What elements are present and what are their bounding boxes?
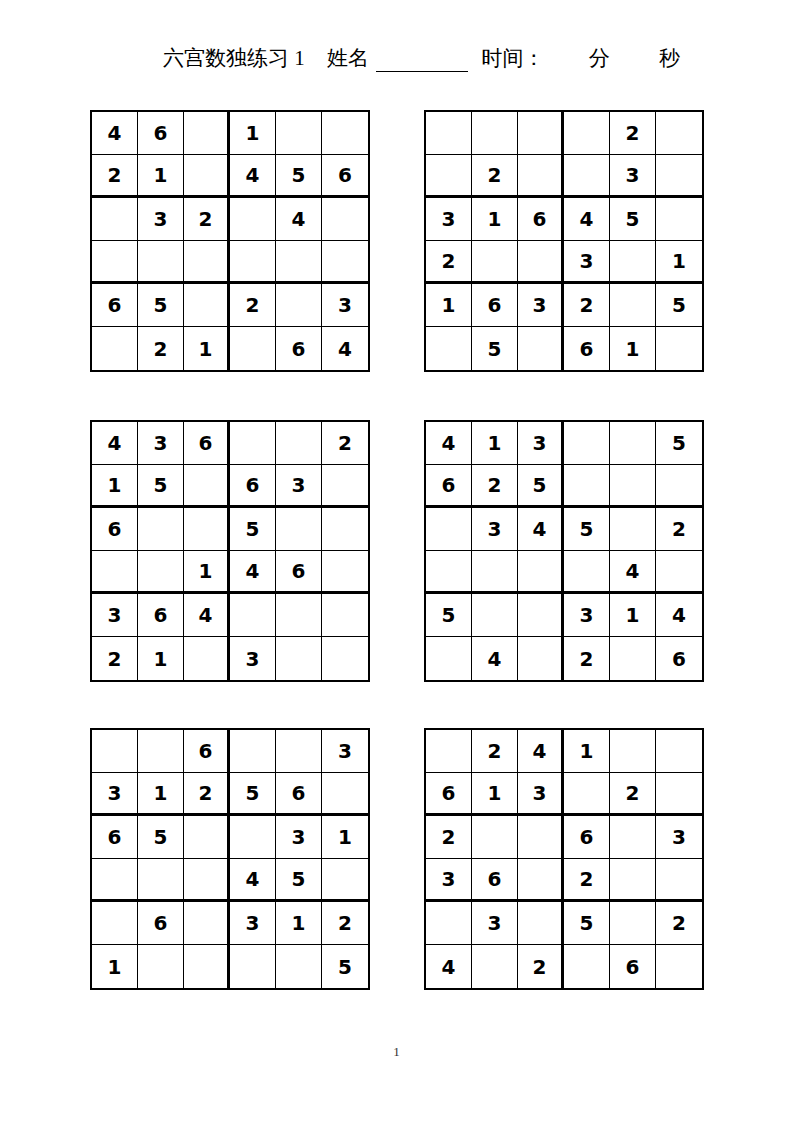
- puzzle-1-cell-r6c6: 4: [322, 327, 368, 370]
- puzzle-3-cell-r6c5: [276, 637, 322, 680]
- puzzle-2-cell-r6c4: 6: [564, 327, 610, 370]
- puzzle-3-cell-r4c1: [92, 551, 138, 594]
- puzzle-2-cell-r4c1: 2: [426, 241, 472, 284]
- puzzle-1-cell-r5c2: 5: [138, 284, 184, 327]
- worksheet-title: 六宫数独练习 1: [163, 44, 305, 72]
- puzzle-2-cell-r1c1: [426, 112, 472, 155]
- puzzle-6-cell-r1c6: [656, 730, 702, 773]
- puzzle-5-cell-r1c4: [230, 730, 276, 773]
- puzzle-1-cell-r4c3: [184, 241, 230, 284]
- puzzle-2-cell-r6c6: [656, 327, 702, 370]
- sudoku-board-6: 2416132263362352426: [424, 728, 704, 990]
- puzzle-5-cell-r5c2: 6: [138, 902, 184, 945]
- puzzle-2-cell-r3c4: 4: [564, 198, 610, 241]
- puzzle-4-cell-r6c1: [426, 637, 472, 680]
- puzzle-1-cell-r4c1: [92, 241, 138, 284]
- puzzle-2-cell-r1c4: [564, 112, 610, 155]
- puzzle-6-cell-r2c1: 6: [426, 773, 472, 816]
- puzzle-2-cell-r2c1: [426, 155, 472, 198]
- puzzle-3-cell-r1c5: [276, 422, 322, 465]
- puzzle-2-cell-r4c5: [610, 241, 656, 284]
- puzzle-1-cell-r1c6: [322, 112, 368, 155]
- puzzle-4-cell-r6c4: 2: [564, 637, 610, 680]
- puzzle-4-cell-r3c3: 4: [518, 508, 564, 551]
- worksheet-page: 六宫数独练习 1 姓名 时间： 分 秒 4612145632465232164 …: [0, 0, 793, 1122]
- puzzle-2-cell-r3c3: 6: [518, 198, 564, 241]
- puzzle-3-cell-r6c2: 1: [138, 637, 184, 680]
- puzzle-3-cell-r4c6: [322, 551, 368, 594]
- puzzle-4-cell-r2c3: 5: [518, 465, 564, 508]
- puzzle-2-cell-r2c3: [518, 155, 564, 198]
- puzzle-2-cell-r3c1: 3: [426, 198, 472, 241]
- puzzle-4-cell-r2c1: 6: [426, 465, 472, 508]
- puzzle-5-cell-r6c4: [230, 945, 276, 988]
- puzzle-4-cell-r5c4: 3: [564, 594, 610, 637]
- puzzle-2-cell-r3c2: 1: [472, 198, 518, 241]
- puzzle-3-cell-r5c4: [230, 594, 276, 637]
- puzzle-2-cell-r6c2: 5: [472, 327, 518, 370]
- puzzle-4-cell-r2c5: [610, 465, 656, 508]
- puzzle-5-cell-r3c5: 3: [276, 816, 322, 859]
- puzzle-2-cell-r2c2: 2: [472, 155, 518, 198]
- puzzle-1-cell-r2c5: 5: [276, 155, 322, 198]
- puzzle-2-cell-r1c5: 2: [610, 112, 656, 155]
- puzzle-3-cell-r1c4: [230, 422, 276, 465]
- name-label: 姓名: [327, 44, 369, 72]
- puzzle-3-cell-r3c1: 6: [92, 508, 138, 551]
- puzzle-6-cell-r3c5: [610, 816, 656, 859]
- puzzle-6-cell-r4c5: [610, 859, 656, 902]
- puzzle-2-cell-r3c5: 5: [610, 198, 656, 241]
- puzzle-3-cell-r2c2: 5: [138, 465, 184, 508]
- puzzle-6-cell-r4c2: 6: [472, 859, 518, 902]
- puzzle-4-cell-r4c3: [518, 551, 564, 594]
- puzzle-5-cell-r6c2: [138, 945, 184, 988]
- puzzle-4-cell-r4c4: [564, 551, 610, 594]
- puzzle-6-cell-r4c3: [518, 859, 564, 902]
- puzzle-3-cell-r5c6: [322, 594, 368, 637]
- puzzle-3-cell-r3c5: [276, 508, 322, 551]
- puzzle-1-cell-r6c5: 6: [276, 327, 322, 370]
- puzzle-6-cell-r3c2: [472, 816, 518, 859]
- puzzle-6-cell-r2c4: [564, 773, 610, 816]
- puzzle-5-cell-r2c3: 2: [184, 773, 230, 816]
- puzzle-3-cell-r3c6: [322, 508, 368, 551]
- sudoku-board-5: 6331256653145631215: [90, 728, 370, 990]
- puzzle-4-cell-r2c6: [656, 465, 702, 508]
- sudoku-board-3: 4362156365146364213: [90, 420, 370, 682]
- puzzle-3-cell-r5c3: 4: [184, 594, 230, 637]
- puzzle-5-cell-r3c1: 6: [92, 816, 138, 859]
- puzzle-6-cell-r2c2: 1: [472, 773, 518, 816]
- puzzle-3-cell-r5c2: 6: [138, 594, 184, 637]
- puzzle-2-cell-r1c3: [518, 112, 564, 155]
- puzzle-4-cell-r4c6: [656, 551, 702, 594]
- puzzle-5-cell-r2c1: 3: [92, 773, 138, 816]
- puzzle-4-cell-r2c2: 2: [472, 465, 518, 508]
- puzzle-6-cell-r3c4: 6: [564, 816, 610, 859]
- sudoku-board-1: 4612145632465232164: [90, 110, 370, 372]
- puzzle-1-cell-r2c3: [184, 155, 230, 198]
- puzzle-1-cell-r4c5: [276, 241, 322, 284]
- puzzle-5-cell-r4c3: [184, 859, 230, 902]
- puzzle-3-cell-r5c5: [276, 594, 322, 637]
- puzzle-2-cell-r5c1: 1: [426, 284, 472, 327]
- puzzle-4-cell-r1c2: 1: [472, 422, 518, 465]
- puzzle-3-cell-r2c3: [184, 465, 230, 508]
- puzzle-5-cell-r5c5: 1: [276, 902, 322, 945]
- puzzle-1-cell-r6c3: 1: [184, 327, 230, 370]
- puzzle-1-cell-r5c5: [276, 284, 322, 327]
- puzzle-3-cell-r2c1: 1: [92, 465, 138, 508]
- puzzle-4-cell-r6c3: [518, 637, 564, 680]
- puzzle-6-cell-r6c1: 4: [426, 945, 472, 988]
- page-number: 1: [0, 1044, 793, 1060]
- puzzle-4-cell-r3c4: 5: [564, 508, 610, 551]
- puzzle-5-cell-r5c6: 2: [322, 902, 368, 945]
- puzzle-1-cell-r6c1: [92, 327, 138, 370]
- puzzle-6-cell-r6c3: 2: [518, 945, 564, 988]
- puzzle-5-cell-r3c4: [230, 816, 276, 859]
- puzzle-1-cell-r5c4: 2: [230, 284, 276, 327]
- seconds-label: 秒: [659, 44, 680, 72]
- puzzle-5-cell-r4c4: 4: [230, 859, 276, 902]
- puzzle-4-cell-r3c6: 2: [656, 508, 702, 551]
- puzzle-1-cell-r1c4: 1: [230, 112, 276, 155]
- puzzle-4-cell-r4c5: 4: [610, 551, 656, 594]
- puzzle-5-cell-r3c6: 1: [322, 816, 368, 859]
- puzzle-5-cell-r1c2: [138, 730, 184, 773]
- puzzle-3-cell-r6c4: 3: [230, 637, 276, 680]
- puzzle-6-cell-r3c1: 2: [426, 816, 472, 859]
- puzzle-3-cell-r3c4: 5: [230, 508, 276, 551]
- puzzle-5-cell-r4c2: [138, 859, 184, 902]
- puzzle-4-cell-r1c3: 3: [518, 422, 564, 465]
- puzzle-3-cell-r1c2: 3: [138, 422, 184, 465]
- puzzle-5-cell-r6c6: 5: [322, 945, 368, 988]
- puzzle-1-cell-r5c1: 6: [92, 284, 138, 327]
- puzzle-1-cell-r3c2: 3: [138, 198, 184, 241]
- puzzle-1-cell-r1c1: 4: [92, 112, 138, 155]
- puzzle-1-cell-r3c3: 2: [184, 198, 230, 241]
- puzzle-1-cell-r4c2: [138, 241, 184, 284]
- puzzle-3-cell-r2c6: [322, 465, 368, 508]
- puzzle-4-cell-r4c1: [426, 551, 472, 594]
- puzzle-6-cell-r2c6: [656, 773, 702, 816]
- puzzle-4-cell-r6c6: 6: [656, 637, 702, 680]
- puzzle-4-cell-r6c2: 4: [472, 637, 518, 680]
- puzzle-5-cell-r3c3: [184, 816, 230, 859]
- puzzle-6-cell-r1c3: 4: [518, 730, 564, 773]
- puzzle-5-cell-r5c3: [184, 902, 230, 945]
- puzzle-5-cell-r1c5: [276, 730, 322, 773]
- puzzle-3-cell-r6c1: 2: [92, 637, 138, 680]
- puzzle-3-cell-r4c5: 6: [276, 551, 322, 594]
- puzzle-5-cell-r4c6: [322, 859, 368, 902]
- puzzle-6-cell-r4c1: 3: [426, 859, 472, 902]
- puzzle-1-cell-r6c2: 2: [138, 327, 184, 370]
- puzzle-2-cell-r4c2: [472, 241, 518, 284]
- puzzle-4-cell-r5c3: [518, 594, 564, 637]
- puzzle-3-cell-r6c6: [322, 637, 368, 680]
- puzzle-4-cell-r1c1: 4: [426, 422, 472, 465]
- puzzle-3-cell-r5c1: 3: [92, 594, 138, 637]
- puzzle-5-cell-r3c2: 5: [138, 816, 184, 859]
- puzzle-6-cell-r6c6: [656, 945, 702, 988]
- puzzle-2-cell-r6c5: 1: [610, 327, 656, 370]
- puzzle-5-cell-r2c6: [322, 773, 368, 816]
- puzzle-4-cell-r6c5: [610, 637, 656, 680]
- puzzle-3-cell-r1c1: 4: [92, 422, 138, 465]
- puzzle-5-cell-r6c5: [276, 945, 322, 988]
- puzzle-3-cell-r3c2: [138, 508, 184, 551]
- name-blank-line: [376, 47, 468, 72]
- puzzle-3-cell-r1c3: 6: [184, 422, 230, 465]
- puzzle-1-cell-r3c5: 4: [276, 198, 322, 241]
- puzzle-1-cell-r2c2: 1: [138, 155, 184, 198]
- puzzle-2-cell-r6c1: [426, 327, 472, 370]
- puzzle-1-cell-r1c2: 6: [138, 112, 184, 155]
- puzzle-1-cell-r2c4: 4: [230, 155, 276, 198]
- puzzle-2-cell-r1c6: [656, 112, 702, 155]
- puzzle-6-cell-r6c2: [472, 945, 518, 988]
- puzzle-6-cell-r5c4: 5: [564, 902, 610, 945]
- puzzle-6-cell-r2c5: 2: [610, 773, 656, 816]
- puzzle-5-cell-r2c5: 6: [276, 773, 322, 816]
- puzzle-4-cell-r5c5: 1: [610, 594, 656, 637]
- puzzle-6-cell-r6c5: 6: [610, 945, 656, 988]
- puzzle-4-cell-r5c1: 5: [426, 594, 472, 637]
- worksheet-header: 六宫数独练习 1 姓名 时间： 分 秒: [163, 44, 680, 74]
- puzzle-6-cell-r6c4: [564, 945, 610, 988]
- sudoku-board-4: 4135625345245314426: [424, 420, 704, 682]
- puzzle-2-cell-r1c2: [472, 112, 518, 155]
- puzzle-1-cell-r4c4: [230, 241, 276, 284]
- puzzle-2-cell-r6c3: [518, 327, 564, 370]
- puzzle-6-cell-r1c2: 2: [472, 730, 518, 773]
- puzzle-1-cell-r5c6: 3: [322, 284, 368, 327]
- puzzle-6-cell-r5c5: [610, 902, 656, 945]
- puzzle-6-cell-r2c3: 3: [518, 773, 564, 816]
- puzzle-5-cell-r4c5: 5: [276, 859, 322, 902]
- puzzle-5-cell-r5c1: [92, 902, 138, 945]
- puzzle-5-cell-r1c6: 3: [322, 730, 368, 773]
- puzzle-4-cell-r4c2: [472, 551, 518, 594]
- puzzle-6-cell-r5c2: 3: [472, 902, 518, 945]
- puzzle-6-cell-r5c3: [518, 902, 564, 945]
- puzzle-6-cell-r5c1: [426, 902, 472, 945]
- puzzle-5-cell-r5c4: 3: [230, 902, 276, 945]
- puzzle-4-cell-r3c2: 3: [472, 508, 518, 551]
- puzzle-6-cell-r4c4: 2: [564, 859, 610, 902]
- puzzle-2-cell-r5c4: 2: [564, 284, 610, 327]
- puzzle-3-cell-r4c4: 4: [230, 551, 276, 594]
- puzzle-5-cell-r6c3: [184, 945, 230, 988]
- puzzle-6-cell-r3c3: [518, 816, 564, 859]
- puzzle-2-cell-r3c6: [656, 198, 702, 241]
- puzzle-6-cell-r1c1: [426, 730, 472, 773]
- puzzle-6-cell-r4c6: [656, 859, 702, 902]
- puzzle-2-cell-r2c5: 3: [610, 155, 656, 198]
- puzzle-5-cell-r2c2: 1: [138, 773, 184, 816]
- puzzle-2-cell-r5c2: 6: [472, 284, 518, 327]
- puzzle-2-cell-r4c4: 3: [564, 241, 610, 284]
- puzzle-4-cell-r1c4: [564, 422, 610, 465]
- puzzle-1-cell-r5c3: [184, 284, 230, 327]
- puzzle-2-cell-r4c6: 1: [656, 241, 702, 284]
- puzzle-6-cell-r1c5: [610, 730, 656, 773]
- puzzle-2-cell-r5c5: [610, 284, 656, 327]
- puzzle-1-cell-r1c5: [276, 112, 322, 155]
- puzzle-5-cell-r1c1: [92, 730, 138, 773]
- puzzle-5-cell-r1c3: 6: [184, 730, 230, 773]
- puzzle-4-cell-r3c1: [426, 508, 472, 551]
- puzzle-2-cell-r5c3: 3: [518, 284, 564, 327]
- puzzle-1-cell-r2c6: 6: [322, 155, 368, 198]
- time-label: 时间：: [482, 44, 545, 72]
- puzzle-1-cell-r1c3: [184, 112, 230, 155]
- puzzle-6-cell-r1c4: 1: [564, 730, 610, 773]
- puzzle-4-cell-r3c5: [610, 508, 656, 551]
- puzzle-3-cell-r2c4: 6: [230, 465, 276, 508]
- puzzle-4-cell-r5c6: 4: [656, 594, 702, 637]
- puzzle-1-cell-r4c6: [322, 241, 368, 284]
- minutes-label: 分: [589, 44, 610, 72]
- puzzle-4-cell-r5c2: [472, 594, 518, 637]
- puzzle-4-cell-r1c6: 5: [656, 422, 702, 465]
- puzzle-3-cell-r2c5: 3: [276, 465, 322, 508]
- puzzle-2-cell-r4c3: [518, 241, 564, 284]
- puzzle-1-cell-r3c1: [92, 198, 138, 241]
- puzzle-2-cell-r5c6: 5: [656, 284, 702, 327]
- puzzle-1-cell-r2c1: 2: [92, 155, 138, 198]
- puzzle-5-cell-r6c1: 1: [92, 945, 138, 988]
- sudoku-board-2: 2233164523116325561: [424, 110, 704, 372]
- puzzle-2-cell-r2c6: [656, 155, 702, 198]
- puzzle-3-cell-r4c3: 1: [184, 551, 230, 594]
- puzzle-3-cell-r4c2: [138, 551, 184, 594]
- puzzle-4-cell-r2c4: [564, 465, 610, 508]
- puzzle-1-cell-r3c4: [230, 198, 276, 241]
- puzzle-5-cell-r2c4: 5: [230, 773, 276, 816]
- puzzle-3-cell-r1c6: 2: [322, 422, 368, 465]
- puzzle-6-cell-r5c6: 2: [656, 902, 702, 945]
- puzzle-4-cell-r1c5: [610, 422, 656, 465]
- puzzle-3-cell-r3c3: [184, 508, 230, 551]
- puzzle-5-cell-r4c1: [92, 859, 138, 902]
- puzzle-1-cell-r3c6: [322, 198, 368, 241]
- puzzle-3-cell-r6c3: [184, 637, 230, 680]
- puzzle-2-cell-r2c4: [564, 155, 610, 198]
- puzzle-1-cell-r6c4: [230, 327, 276, 370]
- puzzle-6-cell-r3c6: 3: [656, 816, 702, 859]
